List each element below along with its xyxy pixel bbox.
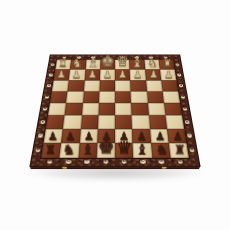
- chess-piece-white-pawn: ♟: [84, 70, 99, 80]
- chess-piece-white-rook: ♜: [55, 59, 70, 70]
- square-b8: ♞: [151, 143, 171, 158]
- chess-piece-white-pawn: ♟: [54, 70, 69, 80]
- square-f5: [82, 103, 99, 115]
- square-f6: [80, 115, 98, 128]
- chess-set-photo: HGFEDCBA HGFEDCBA 12345678 12345678 ♜♞♝♚…: [0, 0, 230, 230]
- square-c5: [131, 103, 148, 115]
- file-label: E: [96, 159, 115, 164]
- square-e6: [98, 115, 115, 128]
- file-label: A: [171, 159, 190, 164]
- square-a2: ♟: [160, 70, 177, 80]
- chess-piece-white-pawn: ♟: [100, 70, 115, 80]
- file-label: D: [115, 56, 129, 59]
- rank-label: 1: [174, 60, 180, 70]
- file-labels-bottom: HGFEDCBA: [40, 159, 190, 164]
- file-label: H: [40, 159, 59, 164]
- file-label: F: [86, 56, 101, 59]
- file-label: F: [78, 159, 97, 164]
- square-h7: ♟: [44, 129, 64, 143]
- chess-piece-white-rook: ♜: [160, 59, 175, 70]
- square-a4: [162, 91, 180, 103]
- file-label: B: [152, 159, 171, 164]
- chess-piece-black-pawn: ♟: [168, 130, 186, 142]
- square-g4: [66, 91, 83, 103]
- file-label: H: [57, 56, 72, 59]
- square-b3: [146, 80, 163, 91]
- file-label: E: [101, 56, 115, 59]
- board-front-edge: [30, 166, 201, 170]
- square-g2: ♟: [69, 70, 85, 80]
- square-d5: [115, 103, 132, 115]
- rank-label: 3: [178, 80, 185, 91]
- chess-piece-black-bishop: ♝: [133, 142, 151, 157]
- square-f3: [83, 80, 99, 91]
- square-c8: ♝: [133, 143, 152, 158]
- chess-piece-black-queen: ♛: [115, 139, 133, 157]
- square-d6: [115, 115, 132, 128]
- square-f2: ♟: [84, 70, 100, 80]
- square-e2: ♟: [100, 70, 115, 80]
- file-label: D: [115, 159, 134, 164]
- rank-label: 8: [188, 143, 196, 158]
- file-label: G: [72, 56, 87, 59]
- file-label: B: [144, 56, 159, 59]
- chess-piece-white-pawn: ♟: [115, 70, 130, 80]
- rank-label: 4: [180, 91, 187, 103]
- chess-piece-white-pawn: ♟: [69, 70, 84, 80]
- perspective-scene: HGFEDCBA HGFEDCBA 12345678 12345678 ♜♞♝♚…: [0, 0, 230, 230]
- rank-label: 5: [182, 103, 189, 115]
- square-g6: [63, 115, 81, 128]
- square-b6: [148, 115, 166, 128]
- square-a7: ♟: [167, 129, 187, 143]
- chess-piece-white-pawn: ♟: [146, 70, 161, 80]
- chess-board: HGFEDCBA HGFEDCBA 12345678 12345678 ♜♞♝♚…: [29, 55, 200, 167]
- square-f8: ♝: [78, 143, 97, 158]
- square-e8: ♚: [97, 143, 115, 158]
- square-h6: [46, 115, 65, 128]
- chess-piece-black-knight: ♞: [60, 143, 78, 157]
- rank-label: 4: [44, 91, 51, 103]
- file-labels-top: HGFEDCBA: [57, 56, 173, 59]
- square-d2: ♟: [115, 70, 130, 80]
- square-f4: [83, 91, 100, 103]
- square-a8: ♜: [169, 143, 189, 158]
- square-c3: [130, 80, 146, 91]
- file-label: A: [158, 56, 173, 59]
- square-c4: [131, 91, 148, 103]
- square-e3: [99, 80, 115, 91]
- square-g3: [68, 80, 85, 91]
- square-d8: ♛: [115, 143, 133, 158]
- chess-piece-black-knight: ♞: [152, 143, 170, 157]
- square-g8: ♞: [60, 143, 80, 158]
- square-b2: ♟: [145, 70, 161, 80]
- square-c2: ♟: [130, 70, 146, 80]
- chess-piece-black-pawn: ♟: [44, 130, 62, 142]
- square-d4: [115, 91, 131, 103]
- square-h3: [52, 80, 69, 91]
- square-b5: [148, 103, 166, 115]
- square-a3: [161, 80, 178, 91]
- square-d3: [115, 80, 131, 91]
- square-e4: [99, 91, 115, 103]
- file-label: C: [134, 159, 153, 164]
- square-g5: [65, 103, 83, 115]
- square-a6: [165, 115, 184, 128]
- square-h4: [50, 91, 68, 103]
- brass-hinge-left: [62, 166, 67, 168]
- brass-hinge-right: [162, 166, 167, 168]
- board-grid: ♜♞♝♚♛♝♞♜♟♟♟♟♟♟♟♟♟♟♟♟♟♟♟♟♜♞♝♚♛♝♞♜: [41, 60, 189, 158]
- square-a5: [164, 103, 182, 115]
- chess-piece-white-pawn: ♟: [161, 70, 176, 80]
- chess-piece-black-rook: ♜: [41, 144, 59, 157]
- rank-label: 7: [186, 129, 194, 143]
- chess-piece-white-knight: ♞: [70, 58, 85, 69]
- chess-piece-white-knight: ♞: [145, 58, 160, 69]
- chess-piece-black-bishop: ♝: [78, 142, 96, 157]
- square-c6: [132, 115, 150, 128]
- rank-label: 2: [176, 70, 182, 80]
- square-h8: ♜: [41, 143, 61, 158]
- rank-label: 6: [184, 115, 191, 128]
- file-label: C: [129, 56, 144, 59]
- square-h5: [48, 103, 66, 115]
- chess-piece-black-king: ♚: [97, 138, 115, 157]
- chess-piece-white-pawn: ♟: [130, 70, 145, 80]
- square-b4: [147, 91, 164, 103]
- chess-piece-black-rook: ♜: [170, 144, 188, 157]
- file-label: G: [59, 159, 78, 164]
- square-h2: ♟: [54, 70, 71, 80]
- square-e5: [98, 103, 115, 115]
